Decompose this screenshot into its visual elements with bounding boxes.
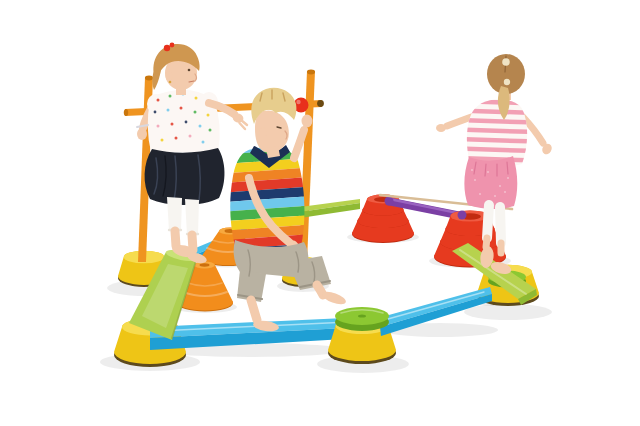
girl-right-legging-right xyxy=(500,207,501,243)
boy-arm-left-raised xyxy=(294,130,304,158)
girl-right-hand-left xyxy=(436,124,446,132)
photo-stage xyxy=(0,0,640,426)
boy-pants xyxy=(234,240,331,302)
boy-head xyxy=(251,88,296,158)
balance-course-scene xyxy=(0,0,640,426)
girl-left-skirt xyxy=(145,148,225,205)
purple-beam-end xyxy=(458,211,467,220)
boy-hand-on-pole xyxy=(302,115,313,128)
green-disc-center xyxy=(335,307,389,331)
girl-left-head xyxy=(152,43,199,95)
girl-left-hand-left xyxy=(137,128,147,140)
crossbar-end-cap xyxy=(317,100,324,107)
girl-right-legging-left xyxy=(487,205,489,238)
